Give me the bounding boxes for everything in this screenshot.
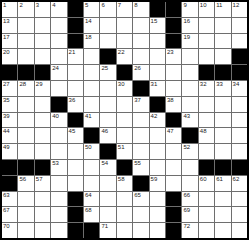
clue-number: 6 [101,2,104,9]
clue-number: 13 [3,18,10,25]
letter-cell[interactable] [133,49,148,64]
letter-cell[interactable] [215,49,230,64]
clue-number: 32 [200,81,207,88]
block-cell [68,113,83,128]
letter-cell[interactable] [100,192,115,207]
letter-cell[interactable] [51,176,66,191]
letter-cell[interactable] [199,223,214,238]
letter-cell[interactable] [166,176,181,191]
letter-cell[interactable] [35,192,50,207]
letter-cell[interactable] [100,81,115,96]
letter-cell[interactable]: 19 [182,34,197,49]
letter-cell[interactable] [68,176,83,191]
letter-cell[interactable] [35,223,50,238]
clue-number: 8 [134,2,137,9]
letter-cell[interactable]: 12 [232,2,247,17]
clue-number: 58 [118,176,125,183]
clue-number: 64 [85,192,92,199]
clue-number: 62 [233,176,240,183]
letter-cell[interactable]: 24 [51,65,66,80]
letter-cell[interactable] [68,65,83,80]
clue-number: 11 [216,2,222,9]
block-cell [182,128,197,143]
clue-number: 72 [183,223,190,230]
letter-cell[interactable]: 2 [18,2,33,17]
letter-cell[interactable] [68,144,83,159]
clue-number: 48 [200,128,207,135]
clue-number: 53 [52,160,59,167]
letter-cell[interactable]: 63 [2,192,17,207]
letter-cell[interactable] [215,207,230,222]
letter-cell[interactable] [100,176,115,191]
letter-cell[interactable]: 58 [117,176,132,191]
letter-cell[interactable]: 31 [150,81,165,96]
letter-cell[interactable]: 14 [84,18,99,33]
clue-number: 56 [19,176,26,183]
letter-cell[interactable] [100,18,115,33]
letter-cell[interactable] [117,128,132,143]
letter-cell[interactable]: 49 [2,144,17,159]
clue-number: 29 [36,81,43,88]
block-cell [199,160,214,175]
letter-cell[interactable] [232,207,247,222]
letter-cell[interactable] [199,18,214,33]
clue-number: 7 [118,2,121,9]
letter-cell[interactable]: 34 [232,81,247,96]
letter-cell[interactable]: 44 [2,128,17,143]
clue-number: 39 [3,113,10,120]
letter-cell[interactable] [199,192,214,207]
letter-cell[interactable]: 68 [84,207,99,222]
clue-number: 25 [101,65,108,72]
block-cell [84,223,99,238]
block-cell [18,65,33,80]
letter-cell[interactable] [84,49,99,64]
letter-cell[interactable] [84,65,99,80]
letter-cell[interactable] [133,207,148,222]
letter-cell[interactable] [18,113,33,128]
letter-cell[interactable]: 16 [182,18,197,33]
letter-cell[interactable] [84,97,99,112]
letter-cell[interactable]: 51 [117,144,132,159]
letter-cell[interactable] [166,160,181,175]
letter-cell[interactable] [100,34,115,49]
letter-cell[interactable]: 40 [51,113,66,128]
clue-number: 24 [52,65,59,72]
letter-cell[interactable]: 45 [68,128,83,143]
letter-cell[interactable] [117,97,132,112]
letter-cell[interactable] [215,128,230,143]
letter-cell[interactable]: 46 [100,128,115,143]
clue-number: 33 [216,81,223,88]
letter-cell[interactable] [199,113,214,128]
clue-number: 22 [118,49,125,56]
clue-number: 45 [69,128,76,135]
letter-cell[interactable] [51,81,66,96]
letter-cell[interactable] [51,18,66,33]
letter-cell[interactable]: 23 [166,49,181,64]
letter-cell[interactable]: 59 [150,176,165,191]
block-cell [232,49,247,64]
clue-number: 47 [167,128,174,135]
letter-cell[interactable] [215,223,230,238]
clue-number: 18 [85,34,92,41]
letter-cell[interactable]: 41 [84,113,99,128]
letter-cell[interactable] [232,223,247,238]
letter-cell[interactable]: 72 [182,223,197,238]
clue-number: 27 [3,81,10,88]
letter-cell[interactable] [232,34,247,49]
clue-number: 38 [167,97,174,104]
block-cell [68,34,83,49]
letter-cell[interactable] [199,49,214,64]
clue-number: 16 [183,18,190,25]
block-cell [215,65,230,80]
block-cell [35,160,50,175]
letter-cell[interactable] [68,81,83,96]
letter-cell[interactable]: 5 [84,2,99,17]
clue-number: 59 [151,176,158,183]
letter-cell[interactable] [117,113,132,128]
letter-cell[interactable]: 50 [84,144,99,159]
letter-cell[interactable]: 20 [2,49,17,64]
block-cell [166,223,181,238]
letter-cell[interactable] [51,49,66,64]
letter-cell[interactable] [133,128,148,143]
crossword-grid: 1234567891011121314151617181920212223242… [0,0,249,240]
letter-cell[interactable] [199,34,214,49]
letter-cell[interactable] [51,223,66,238]
block-cell [150,2,165,17]
letter-cell[interactable] [182,49,197,64]
clue-number: 21 [69,49,76,56]
letter-cell[interactable]: 6 [100,2,115,17]
clue-number: 36 [69,97,76,104]
clue-number: 70 [3,223,10,230]
letter-cell[interactable] [215,192,230,207]
letter-cell[interactable] [18,144,33,159]
clue-number: 12 [233,2,240,9]
letter-cell[interactable] [199,97,214,112]
letter-cell[interactable] [215,97,230,112]
letter-cell[interactable]: 17 [2,34,17,49]
letter-cell[interactable]: 13 [2,18,17,33]
clue-number: 68 [85,207,92,214]
block-cell [68,18,83,33]
letter-cell[interactable] [150,49,165,64]
clue-number: 63 [3,192,10,199]
letter-cell[interactable]: 71 [100,223,115,238]
block-cell [84,128,99,143]
block-cell [2,160,17,175]
clue-number: 52 [183,144,190,151]
letter-cell[interactable]: 67 [2,207,17,222]
letter-cell[interactable] [84,160,99,175]
block-cell [117,160,132,175]
crossword-board: 1234567891011121314151617181920212223242… [0,0,249,240]
letter-cell[interactable] [182,97,197,112]
letter-cell[interactable]: 11 [215,2,230,17]
letter-cell[interactable] [199,144,214,159]
letter-cell[interactable] [100,113,115,128]
letter-cell[interactable] [150,160,165,175]
letter-cell[interactable]: 33 [215,81,230,96]
letter-cell[interactable] [18,207,33,222]
letter-cell[interactable]: 70 [2,223,17,238]
letter-cell[interactable] [18,128,33,143]
letter-cell[interactable] [232,144,247,159]
block-cell [166,34,181,49]
letter-cell[interactable] [150,128,165,143]
letter-cell[interactable]: 8 [133,2,148,17]
letter-cell[interactable]: 55 [133,160,148,175]
letter-cell[interactable]: 64 [84,192,99,207]
clue-number: 67 [3,207,10,214]
clue-number: 9 [183,2,186,9]
clue-number: 50 [85,144,92,151]
block-cell [150,97,165,112]
letter-cell[interactable] [215,18,230,33]
letter-cell[interactable] [133,113,148,128]
block-cell [166,2,181,17]
letter-cell[interactable] [232,128,247,143]
letter-cell[interactable] [35,144,50,159]
block-cell [35,65,50,80]
letter-cell[interactable]: 28 [18,81,33,96]
letter-cell[interactable]: 7 [117,2,132,17]
letter-cell[interactable] [182,160,197,175]
block-cell [117,65,132,80]
letter-cell[interactable]: 54 [100,160,115,175]
clue-number: 65 [134,192,141,199]
letter-cell[interactable] [35,207,50,222]
letter-cell[interactable]: 60 [199,176,214,191]
block-cell [133,81,148,96]
letter-cell[interactable] [51,128,66,143]
letter-cell[interactable] [18,192,33,207]
block-cell [166,207,181,222]
letter-cell[interactable]: 27 [2,81,17,96]
letter-cell[interactable]: 65 [133,192,148,207]
block-cell [18,160,33,175]
block-cell [68,2,83,17]
clue-number: 54 [101,160,108,167]
letter-cell[interactable] [199,207,214,222]
letter-cell[interactable] [166,81,181,96]
letter-cell[interactable] [182,176,197,191]
clue-number: 35 [3,97,10,104]
block-cell [2,65,17,80]
clue-number: 55 [134,160,141,167]
letter-cell[interactable] [35,113,50,128]
clue-number: 15 [151,18,158,25]
letter-cell[interactable]: 61 [215,176,230,191]
clue-number: 30 [118,81,125,88]
letter-cell[interactable] [84,81,99,96]
clue-number: 31 [151,81,158,88]
letter-cell[interactable]: 1 [2,2,17,17]
letter-cell[interactable] [182,81,197,96]
clue-number: 23 [167,49,174,56]
letter-cell[interactable]: 3 [35,2,50,17]
block-cell [100,144,115,159]
letter-cell[interactable] [215,113,230,128]
letter-cell[interactable] [35,18,50,33]
clue-number: 60 [200,176,207,183]
letter-cell[interactable] [51,144,66,159]
letter-cell[interactable] [18,49,33,64]
clue-number: 5 [85,2,88,9]
letter-cell[interactable] [68,160,83,175]
letter-cell[interactable] [150,144,165,159]
letter-cell[interactable] [215,144,230,159]
block-cell [215,160,230,175]
letter-cell[interactable] [117,34,132,49]
letter-cell[interactable] [51,207,66,222]
clue-number: 2 [19,2,22,9]
block-cell [68,192,83,207]
block-cell [68,207,83,222]
clue-number: 3 [36,2,39,9]
letter-cell[interactable] [133,223,148,238]
clue-number: 44 [3,128,10,135]
clue-number: 43 [183,113,190,120]
letter-cell[interactable] [18,97,33,112]
clue-number: 51 [118,144,125,151]
block-cell [199,65,214,80]
letter-cell[interactable] [150,207,165,222]
clue-number: 69 [183,207,190,214]
letter-cell[interactable]: 43 [182,113,197,128]
letter-cell[interactable]: 10 [199,2,214,17]
letter-cell[interactable] [117,18,132,33]
clue-number: 57 [36,176,43,183]
letter-cell[interactable] [150,34,165,49]
letter-cell[interactable]: 9 [182,2,197,17]
letter-cell[interactable] [18,34,33,49]
letter-cell[interactable] [117,223,132,238]
letter-cell[interactable] [150,223,165,238]
clue-number: 26 [134,65,141,72]
letter-cell[interactable]: 52 [182,144,197,159]
letter-cell[interactable] [35,97,50,112]
block-cell [2,176,17,191]
letter-cell[interactable] [35,34,50,49]
letter-cell[interactable] [100,97,115,112]
letter-cell[interactable]: 39 [2,113,17,128]
clue-number: 1 [3,2,6,9]
letter-cell[interactable]: 66 [182,192,197,207]
letter-cell[interactable] [232,192,247,207]
letter-cell[interactable] [232,113,247,128]
block-cell [166,192,181,207]
letter-cell[interactable]: 15 [150,18,165,33]
letter-cell[interactable] [18,18,33,33]
letter-cell[interactable]: 37 [133,97,148,112]
letter-cell[interactable] [133,34,148,49]
letter-cell[interactable]: 30 [117,81,132,96]
letter-cell[interactable] [150,192,165,207]
letter-cell[interactable]: 56 [18,176,33,191]
letter-cell[interactable] [35,49,50,64]
clue-number: 40 [52,113,59,120]
letter-cell[interactable]: 36 [68,97,83,112]
block-cell [68,223,83,238]
clue-number: 37 [134,97,141,104]
letter-cell[interactable] [166,144,181,159]
block-cell [100,49,115,64]
block-cell [133,176,148,191]
clue-number: 28 [19,81,26,88]
letter-cell[interactable] [18,223,33,238]
letter-cell[interactable] [117,207,132,222]
clue-number: 41 [85,113,92,120]
clue-number: 66 [183,192,190,199]
letter-cell[interactable]: 18 [84,34,99,49]
clue-number: 4 [52,2,55,9]
letter-cell[interactable] [133,144,148,159]
letter-cell[interactable] [182,65,197,80]
letter-cell[interactable] [51,34,66,49]
letter-cell[interactable] [215,34,230,49]
letter-cell[interactable]: 4 [51,2,66,17]
letter-cell[interactable] [100,207,115,222]
letter-cell[interactable]: 22 [117,49,132,64]
letter-cell[interactable]: 62 [232,176,247,191]
letter-cell[interactable]: 26 [133,65,148,80]
letter-cell[interactable]: 35 [2,97,17,112]
clue-number: 10 [200,2,207,9]
letter-cell[interactable] [84,176,99,191]
letter-cell[interactable]: 47 [166,128,181,143]
letter-cell[interactable] [150,65,165,80]
clue-number: 19 [183,34,190,41]
letter-cell[interactable]: 32 [199,81,214,96]
letter-cell[interactable] [117,192,132,207]
block-cell [166,113,181,128]
letter-cell[interactable]: 25 [100,65,115,80]
clue-number: 14 [85,18,92,25]
letter-cell[interactable]: 21 [68,49,83,64]
clue-number: 61 [216,176,223,183]
letter-cell[interactable]: 57 [35,176,50,191]
clue-number: 20 [3,49,10,56]
letter-cell[interactable] [166,65,181,80]
letter-cell[interactable]: 42 [150,113,165,128]
clue-number: 49 [3,144,10,151]
letter-cell[interactable]: 48 [199,128,214,143]
letter-cell[interactable] [35,128,50,143]
clue-number: 17 [3,34,10,41]
block-cell [232,160,247,175]
letter-cell[interactable] [133,18,148,33]
letter-cell[interactable]: 53 [51,160,66,175]
letter-cell[interactable]: 69 [182,207,197,222]
block-cell [51,97,66,112]
block-cell [166,18,181,33]
letter-cell[interactable]: 38 [166,97,181,112]
letter-cell[interactable] [232,97,247,112]
block-cell [232,65,247,80]
clue-number: 46 [101,128,108,135]
clue-number: 42 [151,113,158,120]
clue-number: 34 [233,81,240,88]
letter-cell[interactable] [51,192,66,207]
letter-cell[interactable] [232,18,247,33]
letter-cell[interactable]: 29 [35,81,50,96]
clue-number: 71 [101,223,108,230]
